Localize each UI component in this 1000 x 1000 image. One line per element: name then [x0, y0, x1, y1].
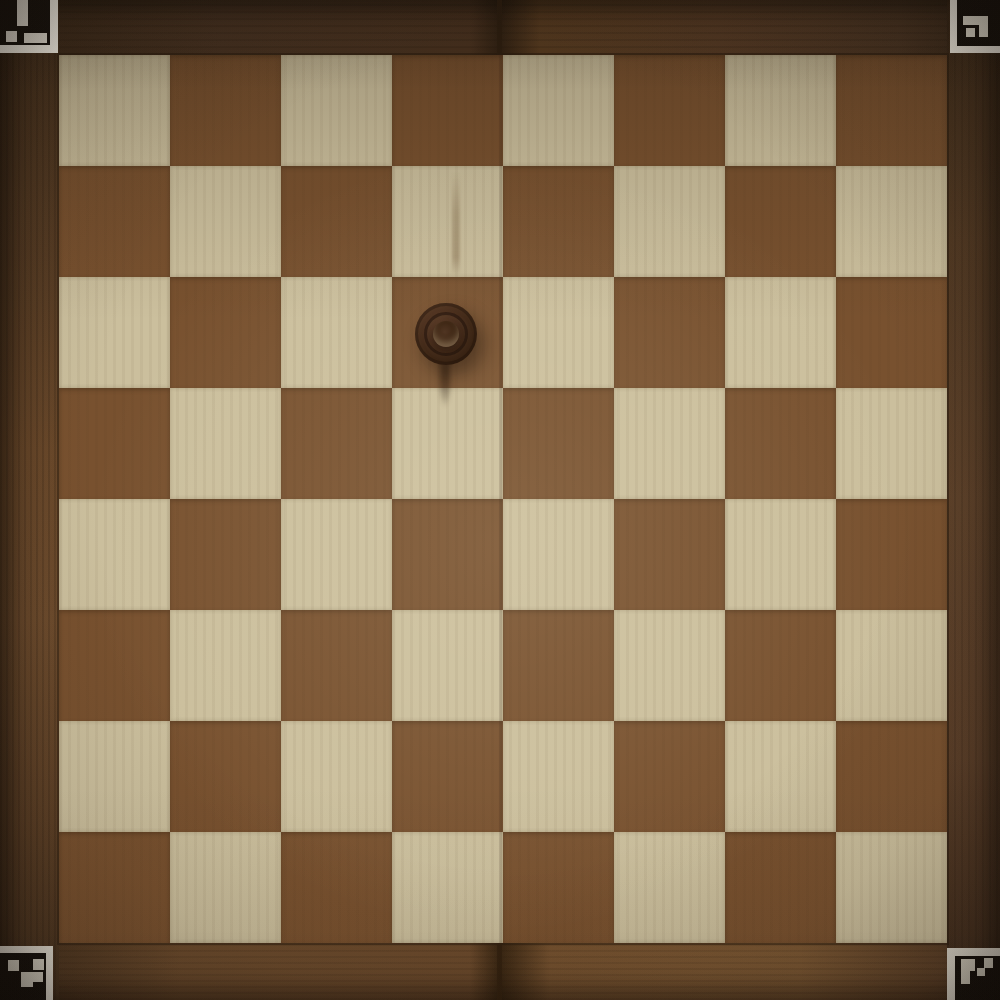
square-b2[interactable]	[170, 721, 281, 832]
square-c4[interactable]	[281, 499, 392, 610]
square-e4[interactable]	[503, 499, 614, 610]
square-e3[interactable]	[503, 610, 614, 721]
pawn-head-top	[433, 321, 459, 347]
square-a5[interactable]	[59, 388, 170, 499]
square-h7[interactable]	[836, 166, 947, 277]
square-a6[interactable]	[59, 277, 170, 388]
square-a7[interactable]	[59, 166, 170, 277]
square-f6[interactable]	[614, 277, 725, 388]
square-a1[interactable]	[59, 832, 170, 943]
square-b8[interactable]	[170, 55, 281, 166]
square-g7[interactable]	[725, 166, 836, 277]
fiducial-marker-top-left-icon	[0, 0, 58, 53]
square-f1[interactable]	[614, 832, 725, 943]
square-h3[interactable]	[836, 610, 947, 721]
square-a4[interactable]	[59, 499, 170, 610]
square-g1[interactable]	[725, 832, 836, 943]
chessboard-photo	[0, 0, 1000, 1000]
wood-border-right	[947, 0, 1000, 1000]
square-h5[interactable]	[836, 388, 947, 499]
square-f7[interactable]	[614, 166, 725, 277]
square-c2[interactable]	[281, 721, 392, 832]
square-g3[interactable]	[725, 610, 836, 721]
square-b4[interactable]	[170, 499, 281, 610]
board-fold-seam-top	[497, 0, 502, 55]
board-fold-seam	[499, 0, 502, 1000]
square-f8[interactable]	[614, 55, 725, 166]
square-d4[interactable]	[392, 499, 503, 610]
square-d3[interactable]	[392, 610, 503, 721]
square-g2[interactable]	[725, 721, 836, 832]
square-h2[interactable]	[836, 721, 947, 832]
square-d7[interactable]	[392, 166, 503, 277]
fiducial-marker-top-right-icon	[950, 0, 1000, 53]
square-b3[interactable]	[170, 610, 281, 721]
fiducial-marker-bottom-left-icon	[0, 946, 53, 1000]
square-e2[interactable]	[503, 721, 614, 832]
square-d2[interactable]	[392, 721, 503, 832]
square-c1[interactable]	[281, 832, 392, 943]
square-a3[interactable]	[59, 610, 170, 721]
square-c7[interactable]	[281, 166, 392, 277]
square-d1[interactable]	[392, 832, 503, 943]
chessboard	[59, 55, 947, 943]
square-g8[interactable]	[725, 55, 836, 166]
fiducial-marker-bottom-right-icon	[947, 948, 1000, 1000]
square-c8[interactable]	[281, 55, 392, 166]
square-h8[interactable]	[836, 55, 947, 166]
square-h4[interactable]	[836, 499, 947, 610]
wood-grain-line	[452, 172, 460, 276]
square-e1[interactable]	[503, 832, 614, 943]
square-d8[interactable]	[392, 55, 503, 166]
square-a2[interactable]	[59, 721, 170, 832]
square-c5[interactable]	[281, 388, 392, 499]
square-b1[interactable]	[170, 832, 281, 943]
square-b6[interactable]	[170, 277, 281, 388]
square-h1[interactable]	[836, 832, 947, 943]
square-b5[interactable]	[170, 388, 281, 499]
board-fold-seam-bottom	[497, 943, 502, 1000]
square-f2[interactable]	[614, 721, 725, 832]
square-g4[interactable]	[725, 499, 836, 610]
square-c3[interactable]	[281, 610, 392, 721]
square-g6[interactable]	[725, 277, 836, 388]
square-f4[interactable]	[614, 499, 725, 610]
black-pawn-d6[interactable]	[415, 303, 477, 365]
square-h6[interactable]	[836, 277, 947, 388]
square-f3[interactable]	[614, 610, 725, 721]
square-e6[interactable]	[503, 277, 614, 388]
square-a8[interactable]	[59, 55, 170, 166]
square-b7[interactable]	[170, 166, 281, 277]
square-e7[interactable]	[503, 166, 614, 277]
square-e5[interactable]	[503, 388, 614, 499]
square-e8[interactable]	[503, 55, 614, 166]
square-c6[interactable]	[281, 277, 392, 388]
wood-border-left	[0, 0, 59, 1000]
square-g5[interactable]	[725, 388, 836, 499]
square-f5[interactable]	[614, 388, 725, 499]
